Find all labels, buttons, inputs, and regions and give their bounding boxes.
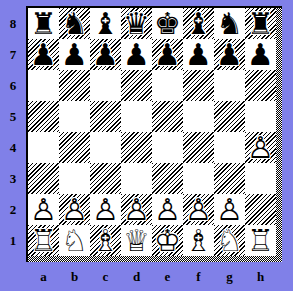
square-f1[interactable]: ♝♗ [183,225,214,256]
square-c5[interactable] [90,101,121,132]
square-d1[interactable]: ♛♕ [121,225,152,256]
square-b1[interactable]: ♞♘ [59,225,90,256]
square-e3[interactable] [152,163,183,194]
black-pawn-piece: ♟ [59,39,90,70]
white-pawn-piece-outline: ♙ [28,194,59,225]
square-a3[interactable] [28,163,59,194]
square-a8[interactable]: ♜ [28,8,59,39]
white-knight-piece: ♞ [214,225,245,256]
square-b2[interactable]: ♟♙ [59,194,90,225]
square-f2[interactable]: ♟♙ [183,194,214,225]
file-label-c: c [90,262,121,291]
square-h5[interactable] [245,101,276,132]
black-pawn-piece: ♟ [90,39,121,70]
square-d2[interactable]: ♟♙ [121,194,152,225]
square-e1[interactable]: ♚♔ [152,225,183,256]
square-f4[interactable] [183,132,214,163]
white-queen-piece-outline: ♕ [121,225,152,256]
square-a6[interactable] [28,70,59,101]
square-a1[interactable]: ♜♖ [28,225,59,256]
square-b4[interactable] [59,132,90,163]
file-label-g: g [214,262,245,291]
square-d5[interactable] [121,101,152,132]
square-b8[interactable]: ♞ [59,8,90,39]
square-e2[interactable]: ♟♙ [152,194,183,225]
black-knight-piece: ♞ [214,8,245,39]
square-e7[interactable]: ♟ [152,39,183,70]
square-c1[interactable]: ♝♗ [90,225,121,256]
black-knight-piece: ♞ [59,8,90,39]
white-bishop-piece: ♝ [90,225,121,256]
white-rook-piece: ♜ [245,225,276,256]
square-h2[interactable] [245,194,276,225]
square-h7[interactable]: ♟ [245,39,276,70]
rank-label-8: 8 [0,8,26,39]
white-pawn-piece: ♟ [152,194,183,225]
square-c8[interactable]: ♝ [90,8,121,39]
white-pawn-piece-outline: ♙ [245,132,276,163]
white-pawn-piece: ♟ [183,194,214,225]
square-b3[interactable] [59,163,90,194]
square-f8[interactable]: ♝ [183,8,214,39]
square-a7[interactable]: ♟ [28,39,59,70]
square-e5[interactable] [152,101,183,132]
white-rook-piece-outline: ♖ [245,225,276,256]
square-e8[interactable]: ♚ [152,8,183,39]
square-b6[interactable] [59,70,90,101]
black-rook-piece: ♜ [28,8,59,39]
black-king-piece: ♚ [152,8,183,39]
white-knight-piece-outline: ♘ [214,225,245,256]
square-c7[interactable]: ♟ [90,39,121,70]
black-queen-piece: ♛ [121,8,152,39]
board-right-dotted-edge [276,8,282,256]
square-d7[interactable]: ♟ [121,39,152,70]
white-pawn-piece-outline: ♙ [121,194,152,225]
white-king-piece-outline: ♔ [152,225,183,256]
square-g7[interactable]: ♟ [214,39,245,70]
rank-labels-column: 87654321 [0,8,26,256]
rank-label-3: 3 [0,163,26,194]
chess-board: ♜♞♝♛♚♝♞♜♟♟♟♟♟♟♟♟♟♙♟♙♟♙♟♙♟♙♟♙♟♙♟♙♜♖♞♘♝♗♛♕… [26,6,282,262]
square-b7[interactable]: ♟ [59,39,90,70]
square-c2[interactable]: ♟♙ [90,194,121,225]
white-pawn-piece-outline: ♙ [152,194,183,225]
board-squares-grid: ♜♞♝♛♚♝♞♜♟♟♟♟♟♟♟♟♟♙♟♙♟♙♟♙♟♙♟♙♟♙♟♙♜♖♞♘♝♗♛♕… [28,8,276,256]
white-pawn-piece-outline: ♙ [59,194,90,225]
white-queen-piece: ♛ [121,225,152,256]
square-a4[interactable] [28,132,59,163]
black-bishop-piece: ♝ [183,8,214,39]
file-label-f: f [183,262,214,291]
square-f3[interactable] [183,163,214,194]
chess-app-window: 87654321 ♜♞♝♛♚♝♞♜♟♟♟♟♟♟♟♟♟♙♟♙♟♙♟♙♟♙♟♙♟♙♟… [0,0,293,291]
square-f5[interactable] [183,101,214,132]
white-pawn-piece: ♟ [59,194,90,225]
black-pawn-piece: ♟ [214,39,245,70]
square-f6[interactable] [183,70,214,101]
square-d6[interactable] [121,70,152,101]
square-g1[interactable]: ♞♘ [214,225,245,256]
square-c6[interactable] [90,70,121,101]
white-knight-piece-outline: ♘ [59,225,90,256]
white-pawn-piece: ♟ [28,194,59,225]
black-pawn-piece: ♟ [245,39,276,70]
rank-label-1: 1 [0,225,26,256]
white-pawn-piece-outline: ♙ [183,194,214,225]
rank-label-4: 4 [0,132,26,163]
white-bishop-piece: ♝ [183,225,214,256]
square-g3[interactable] [214,163,245,194]
white-knight-piece: ♞ [59,225,90,256]
white-bishop-piece-outline: ♗ [183,225,214,256]
white-king-piece: ♚ [152,225,183,256]
square-c3[interactable] [90,163,121,194]
square-e4[interactable] [152,132,183,163]
white-rook-piece: ♜ [28,225,59,256]
black-rook-piece: ♜ [245,8,276,39]
white-rook-piece-outline: ♖ [28,225,59,256]
square-g5[interactable] [214,101,245,132]
square-d8[interactable]: ♛ [121,8,152,39]
white-pawn-piece: ♟ [121,194,152,225]
square-b5[interactable] [59,101,90,132]
black-pawn-piece: ♟ [183,39,214,70]
file-label-h: h [245,262,276,291]
rank-label-6: 6 [0,70,26,101]
square-d4[interactable] [121,132,152,163]
square-h8[interactable]: ♜ [245,8,276,39]
square-g2[interactable]: ♟♙ [214,194,245,225]
square-f7[interactable]: ♟ [183,39,214,70]
white-pawn-piece: ♟ [245,132,276,163]
square-e6[interactable] [152,70,183,101]
square-h1[interactable]: ♜♖ [245,225,276,256]
black-pawn-piece: ♟ [28,39,59,70]
square-h4[interactable]: ♟♙ [245,132,276,163]
square-h3[interactable] [245,163,276,194]
white-pawn-piece: ♟ [90,194,121,225]
file-label-d: d [121,262,152,291]
square-d3[interactable] [121,163,152,194]
rank-label-2: 2 [0,194,26,225]
square-h6[interactable] [245,70,276,101]
file-label-a: a [28,262,59,291]
white-pawn-piece-outline: ♙ [90,194,121,225]
square-g8[interactable]: ♞ [214,8,245,39]
square-c4[interactable] [90,132,121,163]
black-pawn-piece: ♟ [152,39,183,70]
file-label-e: e [152,262,183,291]
black-pawn-piece: ♟ [121,39,152,70]
rank-label-5: 5 [0,101,26,132]
black-bishop-piece: ♝ [90,8,121,39]
file-labels-row: abcdefgh [28,262,276,291]
rank-label-7: 7 [0,39,26,70]
square-g4[interactable] [214,132,245,163]
white-pawn-piece-outline: ♙ [214,194,245,225]
white-bishop-piece-outline: ♗ [90,225,121,256]
file-label-b: b [59,262,90,291]
square-a5[interactable] [28,101,59,132]
square-g6[interactable] [214,70,245,101]
square-a2[interactable]: ♟♙ [28,194,59,225]
white-pawn-piece: ♟ [214,194,245,225]
